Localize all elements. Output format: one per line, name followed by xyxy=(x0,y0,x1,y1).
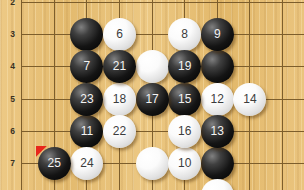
stone-number: 21 xyxy=(113,59,126,73)
stone-black xyxy=(70,18,103,51)
stone-white-8: 8 xyxy=(168,18,201,51)
row-label-2: 2 xyxy=(5,0,20,7)
go-board[interactable]: 2345676789101112131415161718192122232425 xyxy=(0,0,304,190)
grid-hline xyxy=(21,34,304,35)
stone-number: 16 xyxy=(178,124,191,138)
grid-vline xyxy=(21,0,22,190)
stone-white xyxy=(201,179,234,190)
stone-white-10: 10 xyxy=(168,147,201,180)
stone-number: 14 xyxy=(243,92,256,106)
stone-white xyxy=(136,50,169,83)
stone-black-15: 15 xyxy=(168,83,201,116)
stone-black-17: 17 xyxy=(136,83,169,116)
stone-number: 18 xyxy=(113,92,126,106)
stone-black-9: 9 xyxy=(201,18,234,51)
stone-number: 23 xyxy=(80,92,93,106)
stone-white-18: 18 xyxy=(103,83,136,116)
row-label-5: 5 xyxy=(5,95,20,104)
stone-black-13: 13 xyxy=(201,115,234,148)
stone-number: 13 xyxy=(211,124,224,138)
stone-black-25: 25 xyxy=(38,147,71,180)
stone-black-21: 21 xyxy=(103,50,136,83)
stone-black-19: 19 xyxy=(168,50,201,83)
stone-number: 12 xyxy=(211,92,224,106)
stone-black-7: 7 xyxy=(70,50,103,83)
stone-number: 8 xyxy=(181,27,188,41)
stone-white-6: 6 xyxy=(103,18,136,51)
stone-number: 17 xyxy=(145,92,158,106)
stone-black-23: 23 xyxy=(70,83,103,116)
stone-white-22: 22 xyxy=(103,115,136,148)
stone-number: 15 xyxy=(178,92,191,106)
row-label-3: 3 xyxy=(5,30,20,39)
stone-black xyxy=(201,147,234,180)
row-label-7: 7 xyxy=(5,159,20,168)
stone-white xyxy=(136,147,169,180)
row-label-6: 6 xyxy=(5,127,20,136)
grid-vline xyxy=(282,0,283,190)
stone-black xyxy=(201,50,234,83)
stone-white-14: 14 xyxy=(233,83,266,116)
stone-white-24: 24 xyxy=(70,147,103,180)
grid-hline xyxy=(21,131,304,132)
stone-number: 9 xyxy=(214,27,221,41)
stone-number: 22 xyxy=(113,124,126,138)
stone-black-11: 11 xyxy=(70,115,103,148)
stone-number: 19 xyxy=(178,59,191,73)
stone-number: 7 xyxy=(84,59,91,73)
stone-number: 11 xyxy=(81,124,93,138)
grid-hline xyxy=(21,2,304,3)
stone-white-16: 16 xyxy=(168,115,201,148)
stone-white-12: 12 xyxy=(201,83,234,116)
row-label-4: 4 xyxy=(5,62,20,71)
stone-number: 10 xyxy=(178,156,191,170)
stone-number: 25 xyxy=(48,156,61,170)
stone-number: 6 xyxy=(116,27,123,41)
stone-number: 24 xyxy=(80,156,93,170)
